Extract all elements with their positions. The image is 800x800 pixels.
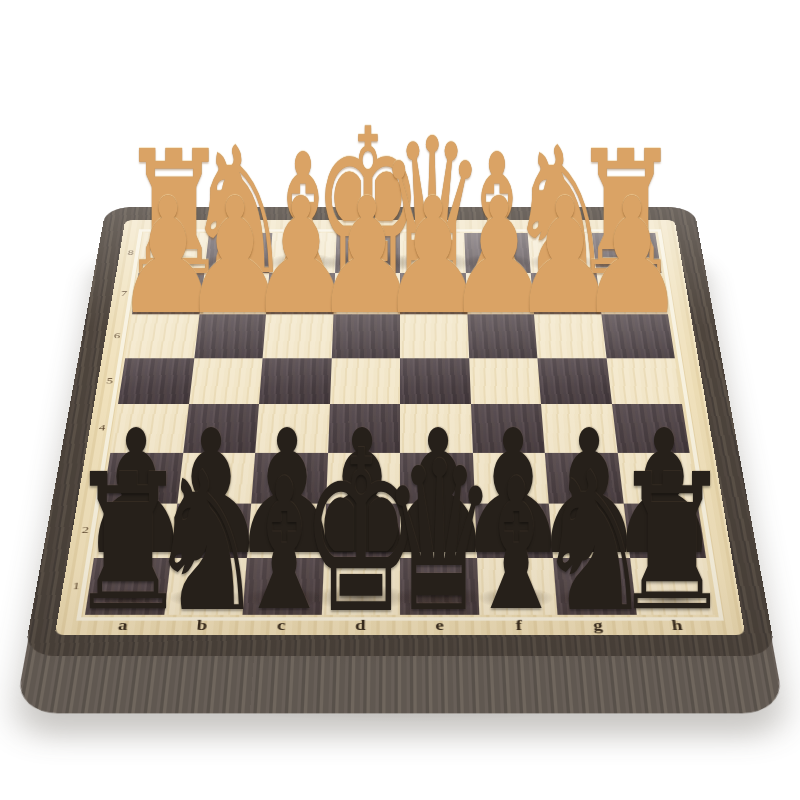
photo-scene: abcdefgh 87654321 ♜♞♝♚♛♝♞♜♟♟♟♟♟♟♟♟♟♟♟♟♟♟… bbox=[0, 0, 800, 800]
pieces-layer: ♜♞♝♚♛♝♞♜♟♟♟♟♟♟♟♟♟♟♟♟♟♟♟♟♜♞♝♚♛♝♞♜ bbox=[0, 0, 800, 800]
piece-black-rook[interactable]: ♜ bbox=[611, 450, 732, 638]
piece-white-pawn[interactable]: ♟ bbox=[578, 177, 684, 337]
